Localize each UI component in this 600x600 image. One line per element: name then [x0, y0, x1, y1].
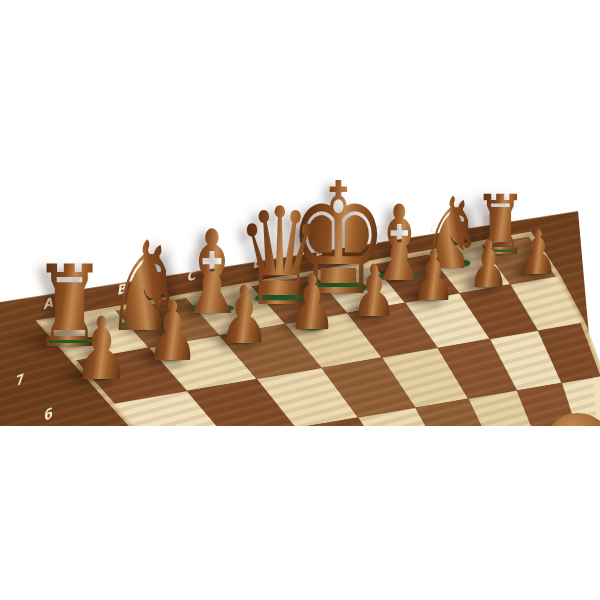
piece-dark-pawn-g7[interactable]: ♟ [465, 233, 512, 298]
piece-dark-pawn-h7[interactable]: ♟ [516, 222, 561, 284]
piece-dark-pawn-c7[interactable]: ♟ [215, 276, 273, 356]
piece-dark-pawn-f7[interactable]: ♟ [408, 242, 458, 311]
piece-dark-pawn-b7[interactable]: ♟ [142, 291, 202, 374]
piece-dark-pawn-e7[interactable]: ♟ [348, 256, 400, 328]
product-photo-stage: ABCDEFGH76 ♜♞♟♝♟♚♟♛♝♟♞♟♟♜♟♟ [0, 0, 600, 600]
piece-dark-pawn-a7[interactable]: ♟ [70, 306, 133, 393]
piece-dark-pawn-d7[interactable]: ♟ [285, 266, 340, 342]
